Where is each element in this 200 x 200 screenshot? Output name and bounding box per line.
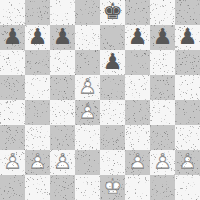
white-pawn-glyph-outline: ♙ [178, 151, 198, 173]
square-g1[interactable] [150, 175, 175, 200]
black-pawn: ♟ [175, 25, 200, 50]
square-g8[interactable] [150, 0, 175, 25]
square-h5[interactable] [175, 75, 200, 100]
square-d7[interactable] [75, 25, 100, 50]
square-a8[interactable] [0, 0, 25, 25]
square-b1[interactable] [25, 175, 50, 200]
square-a6[interactable] [0, 50, 25, 75]
white-pawn: ♟♙ [50, 150, 75, 175]
square-g7[interactable]: ♟ [150, 25, 175, 50]
square-e5[interactable] [100, 75, 125, 100]
square-h4[interactable] [175, 100, 200, 125]
black-pawn-glyph: ♟ [53, 26, 73, 48]
black-pawn: ♟ [150, 25, 175, 50]
chess-board-wrapper: ♚♟♟♟♟♟♟♟♟♙♟♙♟♙♟♙♟♙♟♙♟♙♟♙♚♔ [0, 0, 200, 200]
square-g2[interactable]: ♟♙ [150, 150, 175, 175]
square-e7[interactable] [100, 25, 125, 50]
square-c2[interactable]: ♟♙ [50, 150, 75, 175]
white-pawn-glyph-outline: ♙ [3, 151, 23, 173]
square-h6[interactable] [175, 50, 200, 75]
square-g6[interactable] [150, 50, 175, 75]
white-pawn-glyph-outline: ♙ [153, 151, 173, 173]
square-f2[interactable]: ♟♙ [125, 150, 150, 175]
white-pawn: ♟♙ [75, 75, 100, 100]
square-b4[interactable] [25, 100, 50, 125]
square-d5[interactable]: ♟♙ [75, 75, 100, 100]
square-c7[interactable]: ♟ [50, 25, 75, 50]
square-b5[interactable] [25, 75, 50, 100]
black-pawn-glyph: ♟ [28, 26, 48, 48]
square-f4[interactable] [125, 100, 150, 125]
square-a4[interactable] [0, 100, 25, 125]
white-pawn: ♟♙ [175, 150, 200, 175]
square-d2[interactable] [75, 150, 100, 175]
white-king: ♚♔ [100, 175, 125, 200]
square-f7[interactable]: ♟ [125, 25, 150, 50]
white-pawn-glyph-outline: ♙ [53, 151, 73, 173]
white-pawn: ♟♙ [75, 100, 100, 125]
white-pawn: ♟♙ [0, 150, 25, 175]
square-c3[interactable] [50, 125, 75, 150]
black-king-glyph: ♚ [103, 1, 123, 23]
chess-board: ♚♟♟♟♟♟♟♟♟♙♟♙♟♙♟♙♟♙♟♙♟♙♟♙♚♔ [0, 0, 200, 200]
square-c4[interactable] [50, 100, 75, 125]
square-e3[interactable] [100, 125, 125, 150]
square-c5[interactable] [50, 75, 75, 100]
black-pawn: ♟ [50, 25, 75, 50]
square-g3[interactable] [150, 125, 175, 150]
white-pawn: ♟♙ [125, 150, 150, 175]
square-a3[interactable] [0, 125, 25, 150]
white-pawn-glyph-outline: ♙ [78, 101, 98, 123]
square-f6[interactable] [125, 50, 150, 75]
black-pawn-glyph: ♟ [178, 26, 198, 48]
square-d4[interactable]: ♟♙ [75, 100, 100, 125]
square-d1[interactable] [75, 175, 100, 200]
square-a7[interactable]: ♟ [0, 25, 25, 50]
square-d6[interactable] [75, 50, 100, 75]
square-d8[interactable] [75, 0, 100, 25]
white-pawn-glyph-outline: ♙ [128, 151, 148, 173]
black-pawn-glyph: ♟ [3, 26, 23, 48]
black-pawn-glyph: ♟ [128, 26, 148, 48]
square-f1[interactable] [125, 175, 150, 200]
square-a2[interactable]: ♟♙ [0, 150, 25, 175]
square-c8[interactable] [50, 0, 75, 25]
square-b8[interactable] [25, 0, 50, 25]
square-f8[interactable] [125, 0, 150, 25]
black-pawn: ♟ [125, 25, 150, 50]
black-pawn: ♟ [100, 50, 125, 75]
square-g4[interactable] [150, 100, 175, 125]
black-pawn: ♟ [25, 25, 50, 50]
square-b3[interactable] [25, 125, 50, 150]
square-b6[interactable] [25, 50, 50, 75]
square-f3[interactable] [125, 125, 150, 150]
square-h2[interactable]: ♟♙ [175, 150, 200, 175]
square-f5[interactable] [125, 75, 150, 100]
square-b7[interactable]: ♟ [25, 25, 50, 50]
white-pawn: ♟♙ [150, 150, 175, 175]
square-b2[interactable]: ♟♙ [25, 150, 50, 175]
white-pawn: ♟♙ [25, 150, 50, 175]
black-pawn-glyph: ♟ [153, 26, 173, 48]
square-h3[interactable] [175, 125, 200, 150]
square-c1[interactable] [50, 175, 75, 200]
square-g5[interactable] [150, 75, 175, 100]
black-pawn: ♟ [0, 25, 25, 50]
white-pawn-glyph-outline: ♙ [78, 76, 98, 98]
square-e6[interactable]: ♟ [100, 50, 125, 75]
square-e4[interactable] [100, 100, 125, 125]
white-king-glyph-outline: ♔ [103, 176, 123, 198]
square-a1[interactable] [0, 175, 25, 200]
square-h8[interactable] [175, 0, 200, 25]
square-c6[interactable] [50, 50, 75, 75]
square-h7[interactable]: ♟ [175, 25, 200, 50]
square-e1[interactable]: ♚♔ [100, 175, 125, 200]
square-a5[interactable] [0, 75, 25, 100]
square-e2[interactable] [100, 150, 125, 175]
white-pawn-glyph-outline: ♙ [28, 151, 48, 173]
black-king: ♚ [100, 0, 125, 25]
black-pawn-glyph: ♟ [103, 51, 123, 73]
square-h1[interactable] [175, 175, 200, 200]
square-e8[interactable]: ♚ [100, 0, 125, 25]
square-d3[interactable] [75, 125, 100, 150]
